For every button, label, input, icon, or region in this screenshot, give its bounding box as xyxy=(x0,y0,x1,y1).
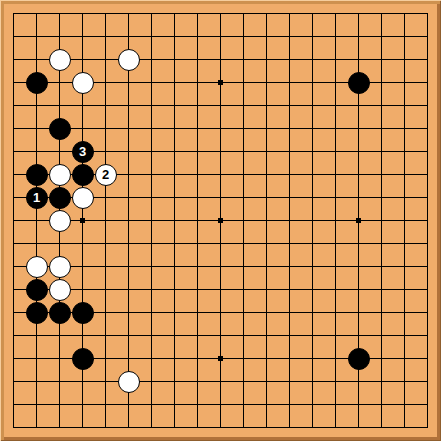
black-stone-D6 xyxy=(72,302,94,324)
go-board: 312 xyxy=(0,0,441,441)
board-grid: 312 xyxy=(2,2,439,439)
move-number-label: 2 xyxy=(102,168,109,181)
black-stone-D4 xyxy=(72,348,94,370)
black-stone-Q4 xyxy=(348,348,370,370)
black-stone-B16 xyxy=(26,72,48,94)
white-stone-B8 xyxy=(26,256,48,278)
black-stone-C11 xyxy=(49,187,71,209)
white-stone-E12: 2 xyxy=(95,164,117,186)
white-stone-F17 xyxy=(118,49,140,71)
star-point-K4 xyxy=(218,356,223,361)
black-stone-B6 xyxy=(26,302,48,324)
white-stone-F3 xyxy=(118,371,140,393)
white-stone-C10 xyxy=(49,210,71,232)
black-stone-B11: 1 xyxy=(26,187,48,209)
star-point-D10 xyxy=(80,218,85,223)
black-stone-D13: 3 xyxy=(72,141,94,163)
star-point-K10 xyxy=(218,218,223,223)
black-stone-C6 xyxy=(49,302,71,324)
black-stone-D12 xyxy=(72,164,94,186)
star-point-Q10 xyxy=(356,218,361,223)
black-stone-C14 xyxy=(49,118,71,140)
white-stone-C12 xyxy=(49,164,71,186)
move-number-label: 3 xyxy=(79,145,86,158)
move-number-label: 1 xyxy=(33,191,40,204)
white-stone-D16 xyxy=(72,72,94,94)
white-stone-D11 xyxy=(72,187,94,209)
white-stone-C17 xyxy=(49,49,71,71)
black-stone-B7 xyxy=(26,279,48,301)
white-stone-C7 xyxy=(49,279,71,301)
white-stone-C8 xyxy=(49,256,71,278)
black-stone-Q16 xyxy=(348,72,370,94)
star-point-K16 xyxy=(218,80,223,85)
black-stone-B12 xyxy=(26,164,48,186)
